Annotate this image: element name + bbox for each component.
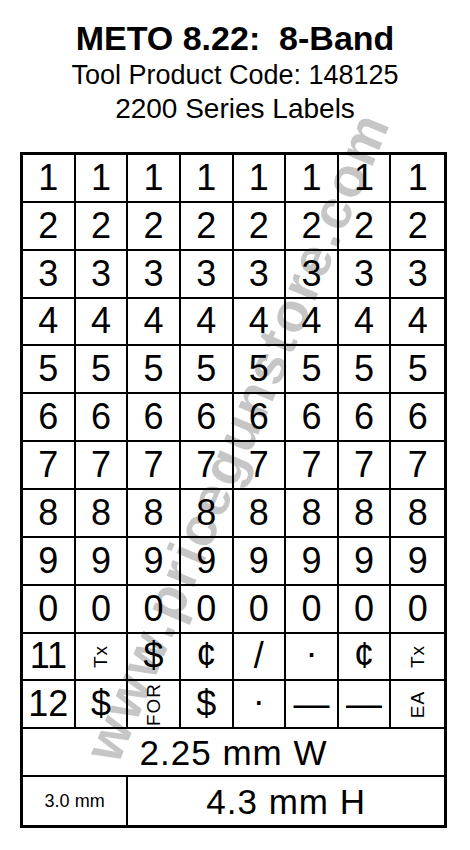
band-grid: 1111111122222222333333334444444455555555… — [20, 152, 447, 828]
band-cell-r11c6: . — [286, 634, 339, 682]
band-cell-glyph: 3 — [91, 256, 111, 292]
band-cell-r5c7: 5 — [339, 346, 392, 394]
band-cell-glyph: 8 — [144, 495, 164, 531]
band-cell-r9c8: 9 — [391, 538, 444, 586]
band-cell-r5c6: 5 — [286, 346, 339, 394]
band-cell-r2c7: 2 — [339, 203, 392, 251]
band-cell-r4c1: 4 — [23, 299, 76, 347]
band-cell-r7c4: 7 — [181, 442, 234, 490]
band-cell-glyph: — — [293, 686, 329, 722]
band-cell-r8c6: 8 — [286, 490, 339, 538]
band-cell-glyph: 8 — [196, 495, 216, 531]
band-cell-r9c1: 9 — [23, 538, 76, 586]
band-cell-glyph: 9 — [91, 543, 111, 579]
band-cell-r9c5: 9 — [234, 538, 287, 586]
band-cell-glyph: 1 — [249, 160, 269, 196]
band-cell-r1c8: 1 — [391, 155, 444, 203]
band-cell-glyph: 2 — [408, 208, 428, 244]
band-cell-glyph: 8 — [301, 495, 321, 531]
band-cell-r1c3: 1 — [128, 155, 181, 203]
band-cell-r9c3: 9 — [128, 538, 181, 586]
band-cell-r12c2: $ — [76, 681, 129, 729]
header: METO 8.22: 8-Band Tool Product Code: 148… — [0, 21, 470, 123]
band-cell-r1c2: 1 — [76, 155, 129, 203]
band-cell-glyph: 2 — [249, 208, 269, 244]
band-cell-glyph: FOR — [144, 683, 163, 726]
band-cell-glyph: 7 — [38, 447, 58, 483]
band-cell-glyph: $ — [91, 686, 111, 722]
band-cell-glyph: 0 — [196, 591, 216, 627]
label-width-text: 2.25 mm W — [140, 735, 328, 770]
band-cell-r3c5: 3 — [234, 251, 287, 299]
band-cell-r2c1: 2 — [23, 203, 76, 251]
band-cell-glyph: 3 — [408, 256, 428, 292]
band-cell-glyph: 1 — [91, 160, 111, 196]
band-cell-glyph: 7 — [354, 447, 374, 483]
band-cell-r2c2: 2 — [76, 203, 129, 251]
band-cell-r8c3: 8 — [128, 490, 181, 538]
band-cell-r10c2: 0 — [76, 586, 129, 634]
band-cell-r4c8: 4 — [391, 299, 444, 347]
band-cell-glyph: 5 — [196, 351, 216, 387]
band-cell-r2c4: 2 — [181, 203, 234, 251]
band-cell-glyph: 8 — [249, 495, 269, 531]
band-cell-r7c1: 7 — [23, 442, 76, 490]
band-cell-r7c5: 7 — [234, 442, 287, 490]
band-cell-r10c5: 0 — [234, 586, 287, 634]
band-cell-glyph: 3 — [354, 256, 374, 292]
band-cell-r10c8: 0 — [391, 586, 444, 634]
band-cell-r4c6: 4 — [286, 299, 339, 347]
band-cell-glyph: 0 — [301, 591, 321, 627]
band-cell-r11c1: 11 — [23, 634, 76, 682]
band-cell-glyph: 7 — [249, 447, 269, 483]
band-cell-r5c4: 5 — [181, 346, 234, 394]
band-cell-r10c7: 0 — [339, 586, 392, 634]
band-cell-r10c6: 0 — [286, 586, 339, 634]
band-cell-r6c6: 6 — [286, 394, 339, 442]
band-cell-r1c1: 1 — [23, 155, 76, 203]
page-title: METO 8.22: 8-Band — [0, 21, 470, 55]
band-cell-glyph: 5 — [91, 351, 111, 387]
band-cell-glyph: 5 — [249, 351, 269, 387]
band-cell-r11c2: Tx — [76, 634, 129, 682]
band-cell-glyph: 8 — [354, 495, 374, 531]
band-cell-glyph: 0 — [249, 591, 269, 627]
band-cell-r8c7: 8 — [339, 490, 392, 538]
band-cell-r6c4: 6 — [181, 394, 234, 442]
band-cell-glyph: 2 — [38, 208, 58, 244]
label-width-cell: 2.25 mm W — [23, 729, 444, 777]
band-cell-glyph: 5 — [301, 351, 321, 387]
band-cell-r12c1: 12 — [23, 681, 76, 729]
band-cell-glyph: 6 — [249, 399, 269, 435]
band-cell-r7c7: 7 — [339, 442, 392, 490]
band-cell-glyph: 5 — [144, 351, 164, 387]
band-cell-glyph: 2 — [196, 208, 216, 244]
band-cell-glyph: 6 — [38, 399, 58, 435]
band-cell-r12c6: — — [286, 681, 339, 729]
band-cell-glyph: 9 — [196, 543, 216, 579]
band-cell-r9c4: 9 — [181, 538, 234, 586]
band-cell-r4c7: 4 — [339, 299, 392, 347]
band-cell-glyph: ¢ — [354, 638, 374, 674]
label-height-cell: 4.3 mm H — [128, 777, 444, 825]
band-cell-r5c2: 5 — [76, 346, 129, 394]
band-cell-glyph: 8 — [38, 495, 58, 531]
band-cell-r6c1: 6 — [23, 394, 76, 442]
band-cell-r12c7: — — [339, 681, 392, 729]
band-cell-glyph: 9 — [249, 543, 269, 579]
band-cell-glyph: 12 — [28, 686, 68, 722]
band-cell-r8c8: 8 — [391, 490, 444, 538]
band-cell-r3c1: 3 — [23, 251, 76, 299]
band-cell-glyph: 4 — [249, 303, 269, 339]
band-cell-glyph: 5 — [38, 351, 58, 387]
band-cell-glyph: ¢ — [196, 638, 216, 674]
series-line: 2200 Series Labels — [0, 95, 470, 123]
band-cell-glyph: 6 — [196, 399, 216, 435]
band-cell-r11c8: Tx — [391, 634, 444, 682]
band-cell-r7c8: 7 — [391, 442, 444, 490]
band-cell-r12c3: FOR — [128, 681, 181, 729]
label-height-text: 4.3 mm H — [206, 784, 366, 819]
band-cell-r3c6: 3 — [286, 251, 339, 299]
band-cell-r5c8: 5 — [391, 346, 444, 394]
band-cell-r6c8: 6 — [391, 394, 444, 442]
band-cell-r1c5: 1 — [234, 155, 287, 203]
band-cell-glyph: 7 — [144, 447, 164, 483]
band-cell-glyph: 3 — [144, 256, 164, 292]
band-cell-r6c5: 6 — [234, 394, 287, 442]
band-cell-r6c7: 6 — [339, 394, 392, 442]
band-cell-glyph: EA — [408, 691, 427, 718]
band-cell-glyph: 0 — [408, 591, 428, 627]
band-cell-glyph: 9 — [408, 543, 428, 579]
band-cell-glyph: 4 — [38, 303, 58, 339]
band-cell-glyph: 9 — [301, 543, 321, 579]
band-cell-glyph: 1 — [196, 160, 216, 196]
band-cell-glyph: 1 — [144, 160, 164, 196]
band-cell-glyph: 6 — [354, 399, 374, 435]
band-cell-glyph: 6 — [144, 399, 164, 435]
band-cell-r7c3: 7 — [128, 442, 181, 490]
band-cell-r10c1: 0 — [23, 586, 76, 634]
band-cell-r2c6: 2 — [286, 203, 339, 251]
band-cell-glyph: 0 — [354, 591, 374, 627]
band-cell-glyph: 7 — [91, 447, 111, 483]
band-cell-glyph: 1 — [38, 160, 58, 196]
band-cell-glyph: . — [254, 681, 264, 711]
band-cell-glyph: 3 — [249, 256, 269, 292]
band-cell-glyph: 3 — [196, 256, 216, 292]
band-cell-glyph: 4 — [408, 303, 428, 339]
band-cell-glyph: 3 — [38, 256, 58, 292]
label-pitch-cell: 3.0 mm — [23, 777, 128, 825]
band-cell-glyph: 1 — [354, 160, 374, 196]
band-cell-r7c2: 7 — [76, 442, 129, 490]
band-cell-glyph: 4 — [144, 303, 164, 339]
band-cell-glyph: 4 — [196, 303, 216, 339]
band-cell-glyph: 9 — [354, 543, 374, 579]
band-cell-glyph: 0 — [144, 591, 164, 627]
band-cell-r11c5: / — [234, 634, 287, 682]
product-code-line: Tool Product Code: 148125 — [0, 62, 470, 89]
band-cell-r10c3: 0 — [128, 586, 181, 634]
band-cell-r8c1: 8 — [23, 490, 76, 538]
band-cell-r3c3: 3 — [128, 251, 181, 299]
band-cell-r7c6: 7 — [286, 442, 339, 490]
band-cell-r1c4: 1 — [181, 155, 234, 203]
band-cell-glyph: 0 — [91, 591, 111, 627]
band-cell-glyph: / — [254, 638, 264, 674]
label-pitch-text: 3.0 mm — [45, 792, 105, 810]
band-cell-r8c4: 8 — [181, 490, 234, 538]
band-cell-r12c8: EA — [391, 681, 444, 729]
band-cell-glyph: 2 — [91, 208, 111, 244]
band-cell-r1c6: 1 — [286, 155, 339, 203]
band-cell-r8c2: 8 — [76, 490, 129, 538]
band-cell-r3c2: 3 — [76, 251, 129, 299]
band-cell-r11c4: ¢ — [181, 634, 234, 682]
band-cell-glyph: 1 — [408, 160, 428, 196]
band-cell-r4c2: 4 — [76, 299, 129, 347]
band-cell-r1c7: 1 — [339, 155, 392, 203]
band-cell-glyph: 8 — [408, 495, 428, 531]
band-cell-glyph: 4 — [301, 303, 321, 339]
band-cell-glyph: 6 — [408, 399, 428, 435]
band-cell-glyph: 1 — [301, 160, 321, 196]
band-cell-r4c5: 4 — [234, 299, 287, 347]
band-cell-glyph: 5 — [354, 351, 374, 387]
band-cell-glyph: 4 — [354, 303, 374, 339]
band-cell-r6c3: 6 — [128, 394, 181, 442]
band-cell-glyph: 3 — [301, 256, 321, 292]
band-cell-r12c4: $ — [181, 681, 234, 729]
band-cell-r12c5: . — [234, 681, 287, 729]
band-cell-glyph: Tx — [91, 645, 110, 668]
band-cell-glyph: 0 — [38, 591, 58, 627]
band-cell-glyph: . — [306, 634, 316, 664]
band-cell-glyph: 7 — [301, 447, 321, 483]
band-cell-glyph: 2 — [301, 208, 321, 244]
band-cell-r3c8: 3 — [391, 251, 444, 299]
band-cell-glyph: Tx — [408, 645, 427, 668]
band-cell-glyph: 4 — [91, 303, 111, 339]
band-cell-r5c5: 5 — [234, 346, 287, 394]
band-cell-r9c6: 9 — [286, 538, 339, 586]
band-cell-r3c4: 3 — [181, 251, 234, 299]
band-cell-r10c4: 0 — [181, 586, 234, 634]
band-cell-glyph: 9 — [144, 543, 164, 579]
band-cell-glyph: 2 — [354, 208, 374, 244]
band-cell-r2c5: 2 — [234, 203, 287, 251]
band-cell-glyph: 7 — [196, 447, 216, 483]
band-cell-r8c5: 8 — [234, 490, 287, 538]
band-cell-glyph: — — [346, 686, 382, 722]
band-cell-glyph: 6 — [301, 399, 321, 435]
band-cell-r5c1: 5 — [23, 346, 76, 394]
band-cell-r11c7: ¢ — [339, 634, 392, 682]
band-cell-r9c2: 9 — [76, 538, 129, 586]
band-cell-glyph: 6 — [91, 399, 111, 435]
band-cell-glyph: 8 — [91, 495, 111, 531]
band-cell-glyph: $ — [144, 638, 164, 674]
band-cell-glyph: 9 — [38, 543, 58, 579]
band-cell-glyph: 2 — [144, 208, 164, 244]
band-cell-r6c2: 6 — [76, 394, 129, 442]
band-cell-glyph: 7 — [408, 447, 428, 483]
band-cell-glyph: $ — [196, 686, 216, 722]
band-cell-r2c3: 2 — [128, 203, 181, 251]
band-cell-r4c4: 4 — [181, 299, 234, 347]
band-cell-glyph: 5 — [408, 351, 428, 387]
band-cell-r9c7: 9 — [339, 538, 392, 586]
band-cell-r4c3: 4 — [128, 299, 181, 347]
band-cell-r2c8: 2 — [391, 203, 444, 251]
band-cell-glyph: 11 — [30, 638, 67, 674]
band-cell-r3c7: 3 — [339, 251, 392, 299]
band-cell-r11c3: $ — [128, 634, 181, 682]
band-cell-r5c3: 5 — [128, 346, 181, 394]
